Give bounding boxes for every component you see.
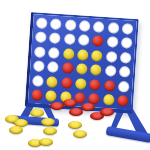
yellow-checker [77,49,89,61]
empty-slot [108,22,120,34]
board-cell-r2c4[interactable] [76,33,91,48]
yellow-checker [63,48,75,60]
board-cell-r5c4[interactable] [73,76,88,91]
empty-slot [49,33,61,45]
board-cell-r6c7[interactable] [115,93,130,108]
loose-yellow-checker-10[interactable] [73,130,87,138]
yellow-checker [90,64,102,76]
board-cell-r2c6[interactable] [105,35,120,50]
board-cell-r5c1[interactable] [30,73,45,88]
board-cell-r1c4[interactable] [77,18,92,33]
loose-yellow-checker-9[interactable] [68,121,82,129]
board-cell-r1c6[interactable] [106,20,121,35]
empty-slot [121,37,133,49]
empty-slot [105,65,117,77]
empty-slot [106,51,118,63]
board-cell-r4c7[interactable] [117,64,132,79]
loose-yellow-checker-1[interactable] [30,109,44,117]
empty-slot [79,20,91,32]
empty-slot [34,46,46,58]
board-cell-r3c6[interactable] [104,49,119,64]
empty-slot [48,47,60,59]
connect-four-board [25,12,139,114]
yellow-checker [91,50,103,62]
empty-slot [32,75,44,87]
board-cell-r3c4[interactable] [75,47,90,62]
board-cell-r6c1[interactable] [29,88,44,103]
board-cell-r2c1[interactable] [33,30,48,45]
red-checker [62,62,74,74]
board-cell-r4c2[interactable] [45,60,60,75]
loose-red-checker-4[interactable] [81,103,95,111]
board-cell-r2c3[interactable] [62,32,77,47]
red-checker [61,77,73,89]
empty-slot [47,61,59,73]
yellow-checker [75,78,87,90]
loose-red-checker-1[interactable] [50,102,64,110]
board-cell-r4c5[interactable] [89,62,104,77]
red-checker [92,35,104,47]
empty-slot [93,21,105,33]
board-cell-r6c6[interactable] [101,92,116,107]
empty-slot [122,23,134,35]
loose-yellow-checker-8[interactable] [39,138,53,146]
board-cell-r3c3[interactable] [61,46,76,61]
board-cell-r1c5[interactable] [91,19,106,34]
board-cell-r5c2[interactable] [44,74,59,89]
empty-slot [78,34,90,46]
yellow-checker [103,94,115,106]
board-cell-r2c5[interactable] [90,34,105,49]
loose-red-checker-3[interactable] [69,108,83,116]
board-cell-r4c1[interactable] [31,59,46,74]
yellow-checker [46,76,58,88]
loose-red-checker-6[interactable] [100,108,114,116]
loose-yellow-checker-6[interactable] [43,127,57,135]
red-checker [31,89,43,101]
empty-slot [33,61,45,73]
board-cell-r3c2[interactable] [46,45,61,60]
board-cell-r1c2[interactable] [48,16,63,31]
board-cell-r3c1[interactable] [32,44,47,59]
empty-slot [35,32,47,44]
board-cell-r4c4[interactable] [74,62,89,77]
board-cell-r5c5[interactable] [88,77,103,92]
empty-slot [36,17,48,29]
board-cell-r1c7[interactable] [120,21,135,36]
board-cell-r3c7[interactable] [118,50,133,65]
board-cell-r2c2[interactable] [47,31,62,46]
board-cell-r4c6[interactable] [103,63,118,78]
yellow-checker [45,90,57,102]
board-cell-r5c6[interactable] [102,78,117,93]
board-cell-r1c1[interactable] [34,15,49,30]
empty-slot [120,52,132,64]
board-cell-r5c7[interactable] [116,79,131,94]
board-cell-r5c3[interactable] [59,75,74,90]
loose-yellow-checker-4[interactable] [9,126,23,134]
empty-slot [50,18,62,30]
loose-yellow-checker-5[interactable] [41,118,55,126]
connect-four-scene [0,0,150,150]
empty-slot [64,19,76,31]
yellow-checker [76,63,88,75]
empty-slot [107,36,119,48]
board-cell-r3c5[interactable] [89,48,104,63]
board-cell-r1c3[interactable] [63,17,78,32]
red-checker [89,79,101,91]
red-checker [117,95,129,107]
loose-red-checker-2[interactable] [63,99,77,107]
red-checker [104,80,116,92]
empty-slot [119,66,131,78]
empty-slot [63,33,75,45]
empty-slot [118,81,130,93]
board-grid [28,14,137,110]
board-cell-r4c3[interactable] [60,61,75,76]
board-cell-r2c7[interactable] [119,35,134,50]
